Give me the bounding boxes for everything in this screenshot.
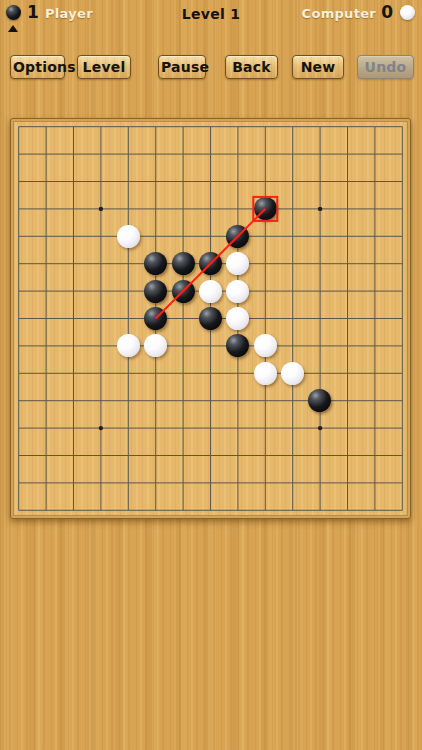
- gomoku-board[interactable]: [10, 118, 411, 519]
- level-button[interactable]: Level: [77, 55, 131, 79]
- player-turn-indicator-icon: [8, 25, 18, 32]
- computer-white-stone-icon: [400, 5, 415, 20]
- options-button[interactable]: Options: [10, 55, 65, 79]
- undo-button[interactable]: Undo: [357, 55, 414, 79]
- pause-button[interactable]: Pause: [158, 55, 206, 79]
- win-line-overlay: [10, 118, 411, 519]
- score-header: 1 Player Level 1 Computer 0: [0, 0, 422, 46]
- computer-score: 0: [381, 2, 393, 22]
- win-line: [156, 209, 266, 319]
- back-button[interactable]: Back: [225, 55, 278, 79]
- gomoku-app-screen: 1 Player Level 1 Computer 0 Options Leve…: [0, 0, 422, 750]
- computer-label: Computer: [302, 6, 376, 21]
- new-button[interactable]: New: [292, 55, 344, 79]
